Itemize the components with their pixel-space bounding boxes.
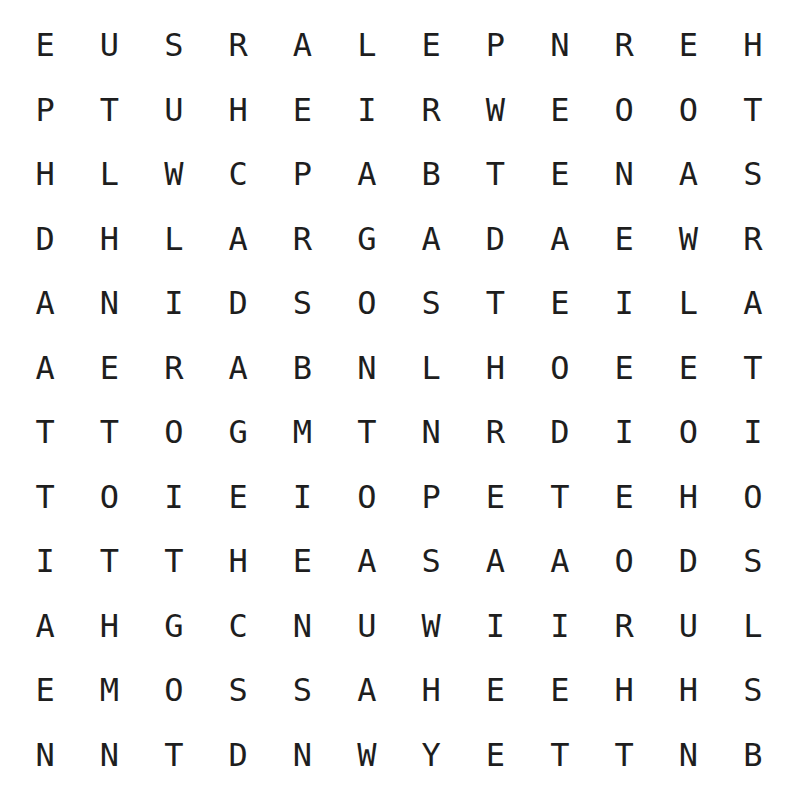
grid-cell-r12c8[interactable]: E — [463, 723, 527, 788]
grid-cell-r1c8[interactable]: P — [463, 13, 527, 78]
grid-cell-r11c1[interactable]: E — [13, 658, 77, 723]
grid-cell-r11c12[interactable]: S — [721, 658, 785, 723]
grid-cell-r1c1[interactable]: E — [13, 13, 77, 78]
grid-cell-r10c12[interactable]: L — [721, 594, 785, 659]
grid-cell-r2c2[interactable]: T — [77, 78, 141, 143]
grid-cell-r3c3[interactable]: W — [142, 142, 206, 207]
grid-cell-r6c7[interactable]: L — [399, 336, 463, 401]
grid-cell-r7c1[interactable]: T — [13, 400, 77, 465]
grid-cell-r9c10[interactable]: O — [592, 529, 656, 594]
grid-cell-r4c7[interactable]: A — [399, 207, 463, 272]
grid-cell-r8c2[interactable]: O — [77, 465, 141, 530]
grid-cell-r6c2[interactable]: E — [77, 336, 141, 401]
grid-cell-r5c8[interactable]: T — [463, 271, 527, 336]
grid-cell-r7c10[interactable]: I — [592, 400, 656, 465]
grid-cell-r7c3[interactable]: O — [142, 400, 206, 465]
grid-cell-r7c7[interactable]: N — [399, 400, 463, 465]
grid-cell-r10c5[interactable]: N — [270, 594, 334, 659]
grid-cell-r4c3[interactable]: L — [142, 207, 206, 272]
grid-cell-r3c7[interactable]: B — [399, 142, 463, 207]
grid-cell-r7c12[interactable]: I — [721, 400, 785, 465]
grid-cell-r12c11[interactable]: N — [656, 723, 720, 788]
grid-cell-r6c6[interactable]: N — [335, 336, 399, 401]
grid-cell-r9c12[interactable]: S — [721, 529, 785, 594]
grid-cell-r5c6[interactable]: O — [335, 271, 399, 336]
grid-cell-r12c3[interactable]: T — [142, 723, 206, 788]
grid-cell-r12c6[interactable]: W — [335, 723, 399, 788]
grid-cell-r1c12[interactable]: H — [721, 13, 785, 78]
grid-cell-r3c5[interactable]: P — [270, 142, 334, 207]
grid-cell-r9c6[interactable]: A — [335, 529, 399, 594]
grid-cell-r5c4[interactable]: D — [206, 271, 270, 336]
grid-cell-r9c2[interactable]: T — [77, 529, 141, 594]
grid-cell-r8c9[interactable]: T — [528, 465, 592, 530]
grid-cell-r1c7[interactable]: E — [399, 13, 463, 78]
grid-cell-r4c1[interactable]: D — [13, 207, 77, 272]
grid-cell-r3c12[interactable]: S — [721, 142, 785, 207]
grid-cell-r3c8[interactable]: T — [463, 142, 527, 207]
grid-cell-r1c5[interactable]: A — [270, 13, 334, 78]
grid-cell-r2c12[interactable]: T — [721, 78, 785, 143]
grid-cell-r4c10[interactable]: E — [592, 207, 656, 272]
grid-cell-r12c1[interactable]: N — [13, 723, 77, 788]
grid-cell-r1c3[interactable]: S — [142, 13, 206, 78]
grid-cell-r3c9[interactable]: E — [528, 142, 592, 207]
grid-cell-r2c5[interactable]: E — [270, 78, 334, 143]
grid-cell-r6c3[interactable]: R — [142, 336, 206, 401]
grid-cell-r9c3[interactable]: T — [142, 529, 206, 594]
grid-cell-r7c11[interactable]: O — [656, 400, 720, 465]
grid-cell-r10c10[interactable]: R — [592, 594, 656, 659]
grid-cell-r2c1[interactable]: P — [13, 78, 77, 143]
grid-cell-r2c3[interactable]: U — [142, 78, 206, 143]
grid-cell-r2c6[interactable]: I — [335, 78, 399, 143]
grid-cell-r7c5[interactable]: M — [270, 400, 334, 465]
grid-cell-r4c9[interactable]: A — [528, 207, 592, 272]
grid-cell-r12c5[interactable]: N — [270, 723, 334, 788]
grid-cell-r4c5[interactable]: R — [270, 207, 334, 272]
grid-cell-r2c11[interactable]: O — [656, 78, 720, 143]
grid-cell-r8c1[interactable]: T — [13, 465, 77, 530]
grid-cell-r5c7[interactable]: S — [399, 271, 463, 336]
grid-cell-r10c11[interactable]: U — [656, 594, 720, 659]
grid-cell-r1c4[interactable]: R — [206, 13, 270, 78]
grid-cell-r5c11[interactable]: L — [656, 271, 720, 336]
grid-cell-r1c9[interactable]: N — [528, 13, 592, 78]
grid-cell-r3c1[interactable]: H — [13, 142, 77, 207]
grid-cell-r2c9[interactable]: E — [528, 78, 592, 143]
grid-cell-r8c6[interactable]: O — [335, 465, 399, 530]
grid-cell-r12c12[interactable]: B — [721, 723, 785, 788]
grid-cell-r10c8[interactable]: I — [463, 594, 527, 659]
grid-cell-r1c10[interactable]: R — [592, 13, 656, 78]
grid-cell-r3c10[interactable]: N — [592, 142, 656, 207]
grid-cell-r6c11[interactable]: E — [656, 336, 720, 401]
grid-cell-r11c5[interactable]: S — [270, 658, 334, 723]
grid-cell-r9c9[interactable]: A — [528, 529, 592, 594]
grid-cell-r8c12[interactable]: O — [721, 465, 785, 530]
grid-cell-r6c8[interactable]: H — [463, 336, 527, 401]
grid-cell-r7c6[interactable]: T — [335, 400, 399, 465]
grid-cell-r4c6[interactable]: G — [335, 207, 399, 272]
grid-cell-r9c4[interactable]: H — [206, 529, 270, 594]
grid-cell-r11c9[interactable]: E — [528, 658, 592, 723]
grid-cell-r8c5[interactable]: I — [270, 465, 334, 530]
grid-cell-r5c12[interactable]: A — [721, 271, 785, 336]
grid-cell-r8c8[interactable]: E — [463, 465, 527, 530]
grid-cell-r6c4[interactable]: A — [206, 336, 270, 401]
grid-cell-r1c6[interactable]: L — [335, 13, 399, 78]
grid-cell-r4c4[interactable]: A — [206, 207, 270, 272]
grid-cell-r1c2[interactable]: U — [77, 13, 141, 78]
grid-cell-r9c8[interactable]: A — [463, 529, 527, 594]
grid-cell-r10c2[interactable]: H — [77, 594, 141, 659]
grid-cell-r11c8[interactable]: E — [463, 658, 527, 723]
grid-cell-r6c9[interactable]: O — [528, 336, 592, 401]
grid-cell-r7c9[interactable]: D — [528, 400, 592, 465]
grid-cell-r9c11[interactable]: D — [656, 529, 720, 594]
grid-cell-r10c4[interactable]: C — [206, 594, 270, 659]
grid-cell-r10c9[interactable]: I — [528, 594, 592, 659]
grid-cell-r6c12[interactable]: T — [721, 336, 785, 401]
grid-cell-r11c7[interactable]: H — [399, 658, 463, 723]
grid-cell-r2c4[interactable]: H — [206, 78, 270, 143]
grid-cell-r4c11[interactable]: W — [656, 207, 720, 272]
grid-cell-r12c4[interactable]: D — [206, 723, 270, 788]
word-search-board: EUSRALEPNREHPTUHEIRWEOOTHLWCPABTENASDHLA… — [13, 13, 785, 787]
grid-cell-r9c1[interactable]: I — [13, 529, 77, 594]
grid-cell-r7c4[interactable]: G — [206, 400, 270, 465]
grid-cell-r2c8[interactable]: W — [463, 78, 527, 143]
grid-cell-r10c7[interactable]: W — [399, 594, 463, 659]
grid-cell-r11c3[interactable]: O — [142, 658, 206, 723]
grid-cell-r11c2[interactable]: M — [77, 658, 141, 723]
grid-cell-r9c7[interactable]: S — [399, 529, 463, 594]
grid-cell-r6c10[interactable]: E — [592, 336, 656, 401]
grid-cell-r7c8[interactable]: R — [463, 400, 527, 465]
grid-cell-r12c7[interactable]: Y — [399, 723, 463, 788]
grid-cell-r8c3[interactable]: I — [142, 465, 206, 530]
grid-cell-r11c6[interactable]: A — [335, 658, 399, 723]
grid-cell-r8c10[interactable]: E — [592, 465, 656, 530]
grid-cell-r5c5[interactable]: S — [270, 271, 334, 336]
grid-cell-r1c11[interactable]: E — [656, 13, 720, 78]
grid-cell-r6c5[interactable]: B — [270, 336, 334, 401]
grid-cell-r9c5[interactable]: E — [270, 529, 334, 594]
grid-cell-r5c10[interactable]: I — [592, 271, 656, 336]
grid-cell-r12c9[interactable]: T — [528, 723, 592, 788]
grid-cell-r5c9[interactable]: E — [528, 271, 592, 336]
grid-cell-r4c2[interactable]: H — [77, 207, 141, 272]
grid-cell-r10c6[interactable]: U — [335, 594, 399, 659]
grid-cell-r3c4[interactable]: C — [206, 142, 270, 207]
grid-cell-r12c10[interactable]: T — [592, 723, 656, 788]
grid-cell-r10c1[interactable]: A — [13, 594, 77, 659]
grid-cell-r3c11[interactable]: A — [656, 142, 720, 207]
grid-cell-r4c8[interactable]: D — [463, 207, 527, 272]
grid-cell-r8c11[interactable]: H — [656, 465, 720, 530]
grid-cell-r8c7[interactable]: P — [399, 465, 463, 530]
grid-cell-r3c6[interactable]: A — [335, 142, 399, 207]
grid-cell-r11c4[interactable]: S — [206, 658, 270, 723]
grid-cell-r8c4[interactable]: E — [206, 465, 270, 530]
grid-cell-r3c2[interactable]: L — [77, 142, 141, 207]
grid-cell-r5c2[interactable]: N — [77, 271, 141, 336]
grid-cell-r12c2[interactable]: N — [77, 723, 141, 788]
grid-cell-r4c12[interactable]: R — [721, 207, 785, 272]
grid-cell-r7c2[interactable]: T — [77, 400, 141, 465]
grid-cell-r10c3[interactable]: G — [142, 594, 206, 659]
grid-cell-r11c10[interactable]: H — [592, 658, 656, 723]
grid-cell-r5c3[interactable]: I — [142, 271, 206, 336]
grid-cell-r5c1[interactable]: A — [13, 271, 77, 336]
grid-cell-r11c11[interactable]: H — [656, 658, 720, 723]
grid-cell-r2c10[interactable]: O — [592, 78, 656, 143]
grid-cell-r6c1[interactable]: A — [13, 336, 77, 401]
grid-cell-r2c7[interactable]: R — [399, 78, 463, 143]
